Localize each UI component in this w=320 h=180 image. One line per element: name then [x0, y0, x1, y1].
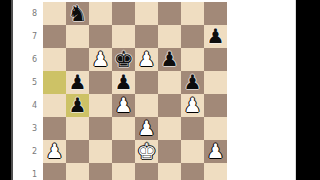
square-f8 [158, 2, 181, 25]
rank-label-6: 6 [13, 48, 40, 71]
rank-labels-column: 87654321 [13, 2, 40, 180]
square-g3 [181, 117, 204, 140]
square-a3 [43, 117, 66, 140]
square-e5 [135, 71, 158, 94]
square-g2 [181, 140, 204, 163]
black-pawn-d5: ♟ [115, 71, 133, 94]
square-f2 [158, 140, 181, 163]
square-a4 [43, 94, 66, 117]
rank-label-2: 2 [13, 140, 40, 163]
square-f3 [158, 117, 181, 140]
square-c2 [89, 140, 112, 163]
rank-label-4: 4 [13, 94, 40, 117]
square-h2: ♟ [204, 140, 227, 163]
square-g7 [181, 25, 204, 48]
square-b3 [66, 117, 89, 140]
square-b1 [66, 163, 89, 180]
square-h7: ♟ [204, 25, 227, 48]
square-d8 [112, 2, 135, 25]
square-a7 [43, 25, 66, 48]
square-g4: ♟ [181, 94, 204, 117]
square-a8 [43, 2, 66, 25]
white-pawn-e3: ♟ [138, 117, 156, 140]
white-pawn-g4: ♟ [184, 94, 202, 117]
black-pawn-b5: ♟ [69, 71, 87, 94]
square-b6 [66, 48, 89, 71]
square-f1 [158, 163, 181, 180]
square-h4 [204, 94, 227, 117]
square-c6: ♟ [89, 48, 112, 71]
square-h3 [204, 117, 227, 140]
square-g8 [181, 2, 204, 25]
square-a6 [43, 48, 66, 71]
white-king-e2: ♚ [137, 140, 157, 163]
white-pawn-c6: ♟ [92, 48, 110, 71]
black-king-d6: ♚ [114, 48, 134, 71]
square-b2 [66, 140, 89, 163]
square-c7 [89, 25, 112, 48]
square-e2: ♚ [135, 140, 158, 163]
square-h5 [204, 71, 227, 94]
square-f6: ♟ [158, 48, 181, 71]
black-pawn-b4: ♟ [69, 94, 87, 117]
square-d2 [112, 140, 135, 163]
square-c5 [89, 71, 112, 94]
square-e3: ♟ [135, 117, 158, 140]
square-c8 [89, 2, 112, 25]
square-e1 [135, 163, 158, 180]
square-h6 [204, 48, 227, 71]
square-a5 [43, 71, 66, 94]
square-d3 [112, 117, 135, 140]
square-b5: ♟ [66, 71, 89, 94]
square-g5: ♟ [181, 71, 204, 94]
square-f5 [158, 71, 181, 94]
white-pawn-a2: ♟ [46, 140, 64, 163]
square-d7 [112, 25, 135, 48]
rank-label-7: 7 [13, 25, 40, 48]
letterbox-right-bar [295, 0, 320, 180]
square-e4 [135, 94, 158, 117]
square-e7 [135, 25, 158, 48]
square-f7 [158, 25, 181, 48]
black-pawn-g5: ♟ [184, 71, 202, 94]
white-pawn-d4: ♟ [115, 94, 133, 117]
square-a1 [43, 163, 66, 180]
square-b8: ♞ [66, 2, 89, 25]
rank-label-8: 8 [13, 2, 40, 25]
black-pawn-f6: ♟ [161, 48, 179, 71]
rank-label-3: 3 [13, 117, 40, 140]
square-d4: ♟ [112, 94, 135, 117]
black-pawn-h7: ♟ [207, 25, 225, 48]
square-d5: ♟ [112, 71, 135, 94]
square-g1 [181, 163, 204, 180]
black-knight-b8: ♞ [68, 2, 88, 25]
square-e6: ♟ [135, 48, 158, 71]
video-frame: 87654321 ♞♟♟♚♟♟♟♟♟♟♟♟♟♟♚♟ [0, 0, 320, 180]
square-a2: ♟ [43, 140, 66, 163]
square-h1 [204, 163, 227, 180]
square-e8 [135, 2, 158, 25]
square-b4: ♟ [66, 94, 89, 117]
rank-label-5: 5 [13, 71, 40, 94]
square-b7 [66, 25, 89, 48]
square-c4 [89, 94, 112, 117]
square-d1 [112, 163, 135, 180]
white-pawn-h2: ♟ [207, 140, 225, 163]
square-c1 [89, 163, 112, 180]
square-g6 [181, 48, 204, 71]
white-pawn-e6: ♟ [138, 48, 156, 71]
letterbox-left-bar [0, 0, 13, 180]
square-f4 [158, 94, 181, 117]
square-c3 [89, 117, 112, 140]
rank-label-1: 1 [13, 163, 40, 180]
square-d6: ♚ [112, 48, 135, 71]
chess-board: ♞♟♟♚♟♟♟♟♟♟♟♟♟♟♚♟ [43, 2, 227, 180]
square-h8 [204, 2, 227, 25]
